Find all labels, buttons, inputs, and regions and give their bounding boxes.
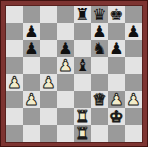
piece-black-pawn[interactable]: ♟ (58, 40, 72, 57)
piece-white-rook[interactable]: ♜ (75, 108, 89, 125)
square-a1[interactable] (6, 125, 23, 142)
square-b1[interactable] (23, 125, 40, 142)
square-d6[interactable]: ♟ (57, 40, 74, 57)
piece-white-pawn[interactable]: ♟ (7, 74, 21, 91)
square-g5[interactable] (108, 57, 125, 74)
square-g1[interactable] (108, 125, 125, 142)
square-e1[interactable]: ♜ (74, 125, 91, 142)
piece-white-pawn[interactable]: ♟ (126, 91, 140, 108)
square-h3[interactable]: ♟ (125, 91, 142, 108)
piece-black-rook[interactable]: ♜ (75, 6, 89, 23)
square-e6[interactable] (74, 40, 91, 57)
square-e7[interactable] (74, 23, 91, 40)
square-e4[interactable] (74, 74, 91, 91)
square-g7[interactable] (108, 23, 125, 40)
piece-black-knight[interactable]: ♞ (92, 40, 106, 57)
square-c4[interactable]: ♟ (40, 74, 57, 91)
square-d4[interactable] (57, 74, 74, 91)
square-f6[interactable]: ♞ (91, 40, 108, 57)
square-f5[interactable] (91, 57, 108, 74)
square-g8[interactable]: ♚ (108, 6, 125, 23)
piece-white-queen[interactable]: ♛ (92, 91, 106, 108)
square-f8[interactable]: ♛ (91, 6, 108, 23)
piece-black-pawn[interactable]: ♟ (92, 23, 106, 40)
piece-white-pawn[interactable]: ♟ (24, 91, 38, 108)
square-a5[interactable] (6, 57, 23, 74)
piece-white-rook[interactable]: ♜ (75, 125, 89, 142)
square-c8[interactable] (40, 6, 57, 23)
piece-white-pawn[interactable]: ♟ (58, 57, 72, 74)
square-d3[interactable] (57, 91, 74, 108)
piece-black-queen[interactable]: ♛ (92, 6, 106, 23)
chess-diagram: ♜♛♚♟♟♟♟♟♞♟♟♝♟♟♟♛♟♟♜♚♜ (0, 0, 150, 149)
square-a4[interactable]: ♟ (6, 74, 23, 91)
square-e5[interactable]: ♝ (74, 57, 91, 74)
piece-black-pawn[interactable]: ♟ (24, 23, 38, 40)
square-b2[interactable] (23, 108, 40, 125)
square-c5[interactable] (40, 57, 57, 74)
square-a6[interactable] (6, 40, 23, 57)
square-h4[interactable] (125, 74, 142, 91)
square-c1[interactable] (40, 125, 57, 142)
square-c6[interactable] (40, 40, 57, 57)
square-a2[interactable] (6, 108, 23, 125)
piece-black-pawn[interactable]: ♟ (126, 23, 140, 40)
square-b5[interactable] (23, 57, 40, 74)
square-f3[interactable]: ♛ (91, 91, 108, 108)
piece-black-king[interactable]: ♚ (109, 6, 123, 23)
square-c7[interactable] (40, 23, 57, 40)
square-h1[interactable] (125, 125, 142, 142)
square-d7[interactable] (57, 23, 74, 40)
square-b4[interactable] (23, 74, 40, 91)
square-a3[interactable] (6, 91, 23, 108)
square-f1[interactable] (91, 125, 108, 142)
square-e2[interactable]: ♜ (74, 108, 91, 125)
square-d2[interactable] (57, 108, 74, 125)
square-c2[interactable] (40, 108, 57, 125)
square-d1[interactable] (57, 125, 74, 142)
square-g4[interactable] (108, 74, 125, 91)
piece-white-pawn[interactable]: ♟ (109, 91, 123, 108)
square-h5[interactable] (125, 57, 142, 74)
square-b8[interactable] (23, 6, 40, 23)
square-h2[interactable] (125, 108, 142, 125)
square-b3[interactable]: ♟ (23, 91, 40, 108)
square-f7[interactable]: ♟ (91, 23, 108, 40)
square-h8[interactable] (125, 6, 142, 23)
square-b7[interactable]: ♟ (23, 23, 40, 40)
square-d8[interactable] (57, 6, 74, 23)
square-d5[interactable]: ♟ (57, 57, 74, 74)
square-f2[interactable] (91, 108, 108, 125)
piece-white-pawn[interactable]: ♟ (41, 74, 55, 91)
square-e3[interactable] (74, 91, 91, 108)
square-g2[interactable]: ♚ (108, 108, 125, 125)
square-e8[interactable]: ♜ (74, 6, 91, 23)
square-h6[interactable] (125, 40, 142, 57)
piece-white-king[interactable]: ♚ (109, 108, 123, 125)
piece-black-pawn[interactable]: ♟ (109, 40, 123, 57)
square-f4[interactable] (91, 74, 108, 91)
square-h7[interactable]: ♟ (125, 23, 142, 40)
square-c3[interactable] (40, 91, 57, 108)
chess-board[interactable]: ♜♛♚♟♟♟♟♟♞♟♟♝♟♟♟♛♟♟♜♚♜ (6, 6, 142, 142)
square-a7[interactable] (6, 23, 23, 40)
square-a8[interactable] (6, 6, 23, 23)
piece-black-bishop[interactable]: ♝ (75, 57, 89, 74)
square-g3[interactable]: ♟ (108, 91, 125, 108)
piece-black-pawn[interactable]: ♟ (24, 40, 38, 57)
square-g6[interactable]: ♟ (108, 40, 125, 57)
square-b6[interactable]: ♟ (23, 40, 40, 57)
